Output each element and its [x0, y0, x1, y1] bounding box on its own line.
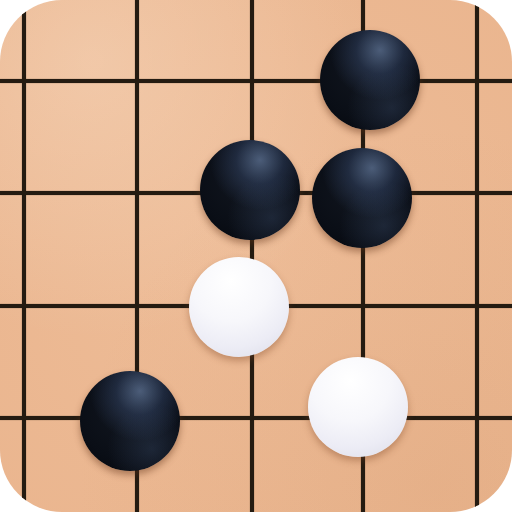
white-stone	[189, 257, 289, 357]
grid-line-horizontal	[0, 416, 512, 420]
grid-line-horizontal	[0, 79, 512, 83]
grid-line-vertical	[22, 0, 26, 512]
grid-line-vertical	[475, 0, 479, 512]
grid-line-vertical	[250, 0, 254, 512]
go-app-icon[interactable]	[0, 0, 512, 512]
black-stone	[320, 30, 420, 130]
black-stone	[200, 140, 300, 240]
black-stone	[312, 148, 412, 248]
black-stone	[80, 371, 180, 471]
white-stone	[308, 357, 408, 457]
